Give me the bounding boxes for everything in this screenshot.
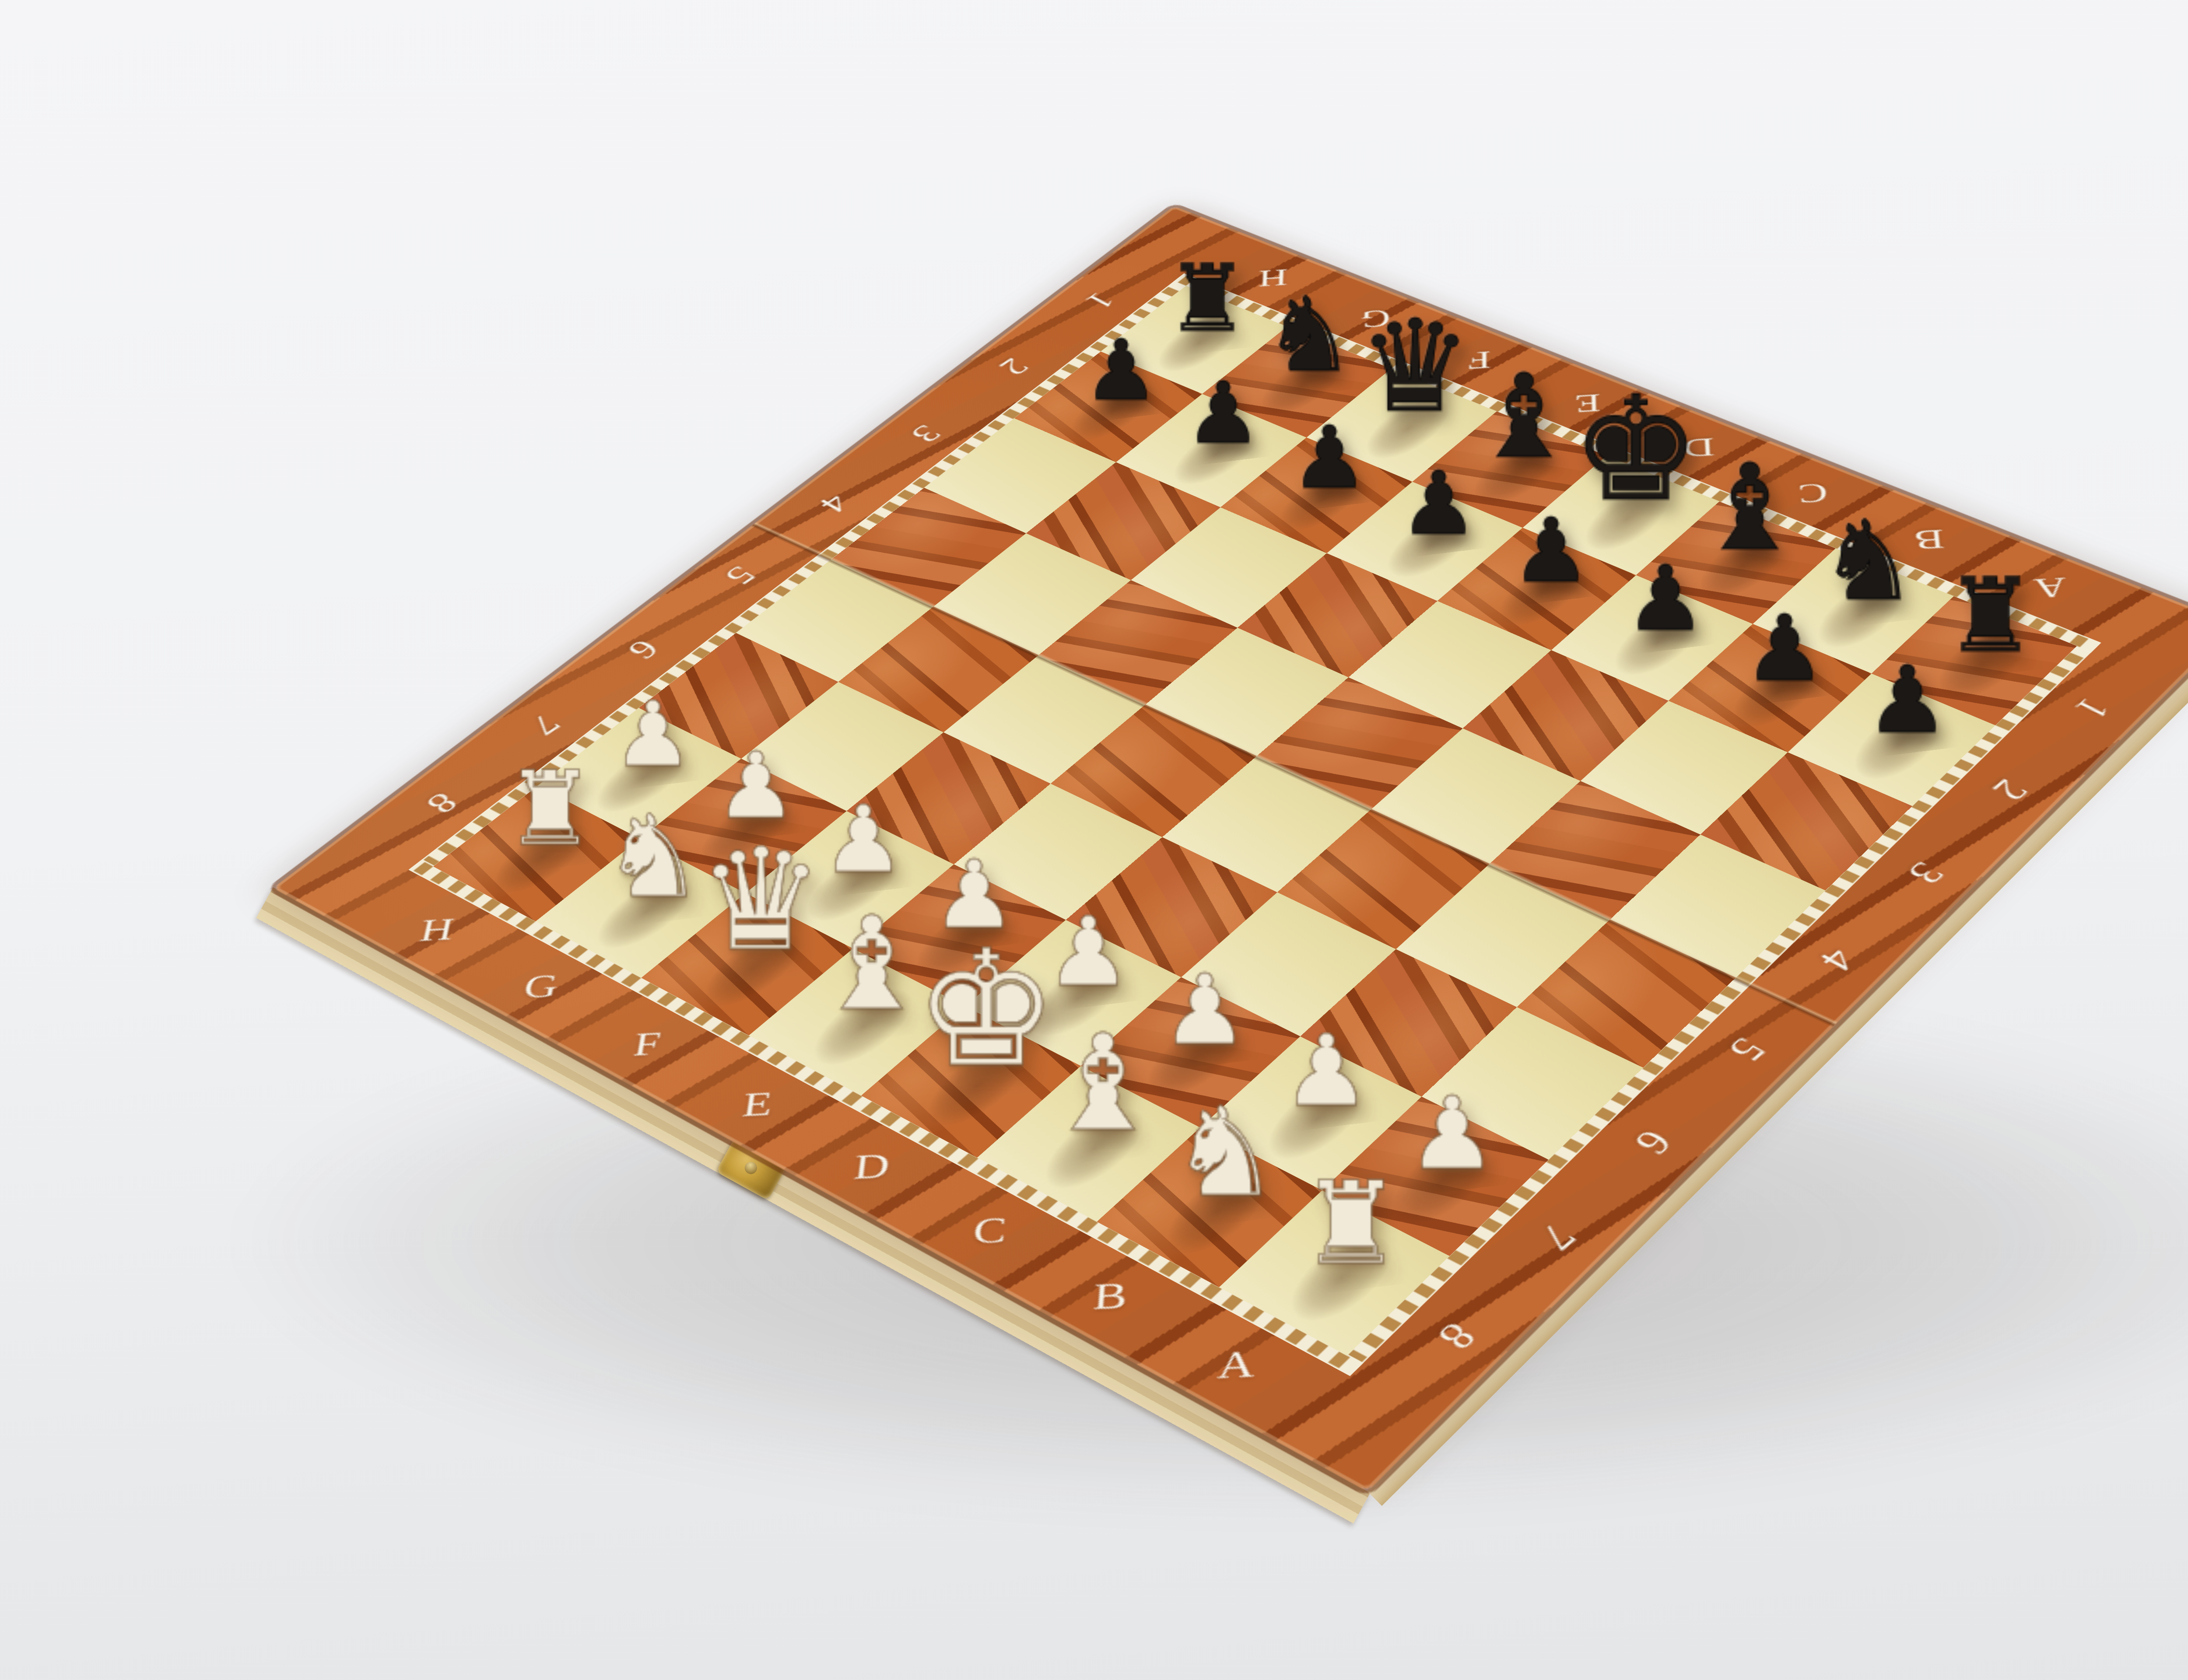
file-label: F bbox=[607, 1018, 688, 1072]
file-label: C bbox=[1777, 470, 1848, 515]
file-label: E bbox=[1554, 381, 1621, 424]
file-label: H bbox=[396, 905, 477, 956]
rank-label: 4 bbox=[1785, 924, 1890, 995]
file-label: H bbox=[1241, 257, 1305, 297]
file-label: F bbox=[1448, 339, 1512, 381]
square: ♟ bbox=[1788, 673, 1995, 806]
file-label: E bbox=[717, 1078, 798, 1133]
file-label: G bbox=[500, 960, 581, 1013]
rank-label: 5 bbox=[1694, 1012, 1801, 1086]
file-label: C bbox=[948, 1202, 1030, 1260]
square bbox=[1462, 651, 1667, 781]
file-label: B bbox=[1070, 1267, 1151, 1327]
file-label: D bbox=[1664, 425, 1733, 469]
square: ♜ bbox=[1220, 1191, 1449, 1356]
scene: ♜♟♟♜♞♟♟♞♛♟♟♛♝♟♟♝♚♟♟♚♝♟♟♝♞♟♟♞♜♟♟♜ 8877665… bbox=[0, 0, 2188, 1680]
rank-label: 2 bbox=[1959, 756, 2061, 822]
file-label: G bbox=[1343, 297, 1407, 338]
rank-label: 3 bbox=[1873, 839, 1977, 908]
file-label: B bbox=[1893, 516, 1967, 562]
rank-label: 1 bbox=[2042, 676, 2142, 740]
file-label: A bbox=[1196, 1335, 1277, 1397]
file-label: D bbox=[831, 1139, 912, 1196]
